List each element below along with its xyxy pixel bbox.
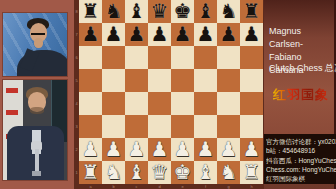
players-photo-panel — [0, 0, 74, 189]
square-d5[interactable] — [148, 69, 171, 92]
contact-line-wechat: 官方微信讨论群：yx020395 — [266, 137, 336, 146]
square-c7[interactable]: ♟ — [125, 23, 148, 46]
square-b1[interactable]: ♞ — [102, 161, 125, 184]
square-f2[interactable]: ♟ — [194, 138, 217, 161]
info-panel: Magnus Carlsen- Fabiano Caruana Clutch C… — [264, 0, 336, 189]
black-bishop: ♝ — [125, 0, 148, 23]
square-a3[interactable] — [79, 115, 102, 138]
square-b4[interactable] — [102, 92, 125, 115]
square-c3[interactable] — [125, 115, 148, 138]
square-h4[interactable] — [240, 92, 263, 115]
carlsen-photo — [3, 80, 67, 180]
white-knight: ♞ — [217, 161, 240, 184]
channel-logo: 红羽国象 — [273, 86, 333, 104]
file-label-e: e — [171, 184, 194, 189]
white-queen: ♛ — [148, 161, 171, 184]
black-bishop: ♝ — [194, 0, 217, 23]
white-pawn: ♟ — [194, 138, 217, 161]
black-pawn: ♟ — [217, 23, 240, 46]
square-g7[interactable]: ♟ — [217, 23, 240, 46]
square-g2[interactable]: ♟ — [217, 138, 240, 161]
square-f4[interactable] — [194, 92, 217, 115]
white-pawn: ♟ — [125, 138, 148, 161]
square-h6[interactable] — [240, 46, 263, 69]
square-a7[interactable]: ♟ — [79, 23, 102, 46]
square-f7[interactable]: ♟ — [194, 23, 217, 46]
square-e3[interactable] — [171, 115, 194, 138]
square-d3[interactable] — [148, 115, 171, 138]
trophy-stem — [35, 149, 39, 172]
contact-line-bilibili: b站：454648916 — [266, 146, 336, 155]
event-title: Clutch Chess 总决赛 — [269, 62, 335, 74]
square-d2[interactable]: ♟ — [148, 138, 171, 161]
square-g6[interactable] — [217, 46, 240, 69]
square-g1[interactable]: ♞ — [217, 161, 240, 184]
chess-board: ♜♞♝♛♚♝♞♜♟♟♟♟♟♟♟♟♟♟♟♟♟♟♟♟♜♞♝♛♚♝♞♜ — [79, 0, 263, 184]
square-b7[interactable]: ♟ — [102, 23, 125, 46]
square-d4[interactable] — [148, 92, 171, 115]
player-white-name: Magnus Carlsen- — [269, 25, 333, 51]
black-rook: ♜ — [240, 0, 263, 23]
black-king: ♚ — [171, 0, 194, 23]
square-e6[interactable] — [171, 46, 194, 69]
contact-line-brand: 红羽国际象棋 — [266, 174, 336, 183]
square-d7[interactable]: ♟ — [148, 23, 171, 46]
white-king: ♚ — [171, 161, 194, 184]
caruana-glasses — [31, 30, 45, 35]
black-pawn: ♟ — [171, 23, 194, 46]
square-f5[interactable] — [194, 69, 217, 92]
black-rook: ♜ — [79, 0, 102, 23]
square-d6[interactable] — [148, 46, 171, 69]
black-pawn: ♟ — [240, 23, 263, 46]
contact-info-block: 官方微信讨论群：yx020395 b站：454648916 抖音西瓜：HongY… — [264, 134, 336, 184]
contact-line-douyin: 抖音西瓜：HongYuChess — [266, 156, 336, 165]
caruana-photo — [3, 13, 67, 76]
square-a4[interactable] — [79, 92, 102, 115]
file-label-g: g — [217, 184, 240, 189]
black-queen: ♛ — [148, 0, 171, 23]
white-pawn: ♟ — [102, 138, 125, 161]
square-b5[interactable] — [102, 69, 125, 92]
black-knight: ♞ — [102, 0, 125, 23]
square-b2[interactable]: ♟ — [102, 138, 125, 161]
white-rook: ♜ — [79, 161, 102, 184]
file-label-d: d — [148, 184, 171, 189]
square-d1[interactable]: ♛ — [148, 161, 171, 184]
square-g3[interactable] — [217, 115, 240, 138]
square-e2[interactable]: ♟ — [171, 138, 194, 161]
carlsen-beard — [30, 107, 44, 114]
square-a2[interactable]: ♟ — [79, 138, 102, 161]
black-pawn: ♟ — [194, 23, 217, 46]
file-label-c: c — [125, 184, 148, 189]
file-label-h: h — [240, 184, 263, 189]
square-c5[interactable] — [125, 69, 148, 92]
white-bishop: ♝ — [125, 161, 148, 184]
square-f1[interactable]: ♝ — [194, 161, 217, 184]
square-h2[interactable]: ♟ — [240, 138, 263, 161]
file-label-b: b — [102, 184, 125, 189]
square-a6[interactable] — [79, 46, 102, 69]
square-c6[interactable] — [125, 46, 148, 69]
square-h5[interactable] — [240, 69, 263, 92]
square-h1[interactable]: ♜ — [240, 161, 263, 184]
square-b8[interactable]: ♞ — [102, 0, 125, 23]
sponsor-logos — [6, 88, 18, 93]
square-h3[interactable] — [240, 115, 263, 138]
square-h8[interactable]: ♜ — [240, 0, 263, 23]
contact-line-chesscom: Chess.com: HongYuChess — [266, 165, 336, 174]
square-f3[interactable] — [194, 115, 217, 138]
square-g4[interactable] — [217, 92, 240, 115]
black-pawn: ♟ — [79, 23, 102, 46]
board-frame: 87654321 ♜♞♝♛♚♝♞♜♟♟♟♟♟♟♟♟♟♟♟♟♟♟♟♟♜♞♝♛♚♝♞… — [74, 0, 264, 189]
square-c4[interactable] — [125, 92, 148, 115]
white-pawn: ♟ — [240, 138, 263, 161]
square-d8[interactable]: ♛ — [148, 0, 171, 23]
square-a1[interactable]: ♜ — [79, 161, 102, 184]
white-pawn: ♟ — [148, 138, 171, 161]
square-a8[interactable]: ♜ — [79, 0, 102, 23]
square-a5[interactable] — [79, 69, 102, 92]
square-c1[interactable]: ♝ — [125, 161, 148, 184]
trophy-base — [32, 171, 41, 176]
square-c8[interactable]: ♝ — [125, 0, 148, 23]
square-e1[interactable]: ♚ — [171, 161, 194, 184]
square-g5[interactable] — [217, 69, 240, 92]
white-pawn: ♟ — [79, 138, 102, 161]
square-h7[interactable]: ♟ — [240, 23, 263, 46]
square-c2[interactable]: ♟ — [125, 138, 148, 161]
square-b3[interactable] — [102, 115, 125, 138]
file-label-f: f — [194, 184, 217, 189]
square-e8[interactable]: ♚ — [171, 0, 194, 23]
black-pawn: ♟ — [125, 23, 148, 46]
black-knight: ♞ — [217, 0, 240, 23]
square-f6[interactable] — [194, 46, 217, 69]
file-label-a: a — [79, 184, 102, 189]
square-g8[interactable]: ♞ — [217, 0, 240, 23]
broadcast-frame: 87654321 ♜♞♝♛♚♝♞♜♟♟♟♟♟♟♟♟♟♟♟♟♟♟♟♟♜♞♝♛♚♝♞… — [0, 0, 336, 189]
square-f8[interactable]: ♝ — [194, 0, 217, 23]
square-b6[interactable] — [102, 46, 125, 69]
caruana-hand — [34, 38, 43, 48]
white-pawn: ♟ — [171, 138, 194, 161]
white-knight: ♞ — [102, 161, 125, 184]
white-pawn: ♟ — [217, 138, 240, 161]
white-rook: ♜ — [240, 161, 263, 184]
white-bishop: ♝ — [194, 161, 217, 184]
square-e4[interactable] — [171, 92, 194, 115]
black-pawn: ♟ — [148, 23, 171, 46]
square-e5[interactable] — [171, 69, 194, 92]
file-labels: abcdefgh — [79, 184, 263, 189]
square-e7[interactable]: ♟ — [171, 23, 194, 46]
black-pawn: ♟ — [102, 23, 125, 46]
